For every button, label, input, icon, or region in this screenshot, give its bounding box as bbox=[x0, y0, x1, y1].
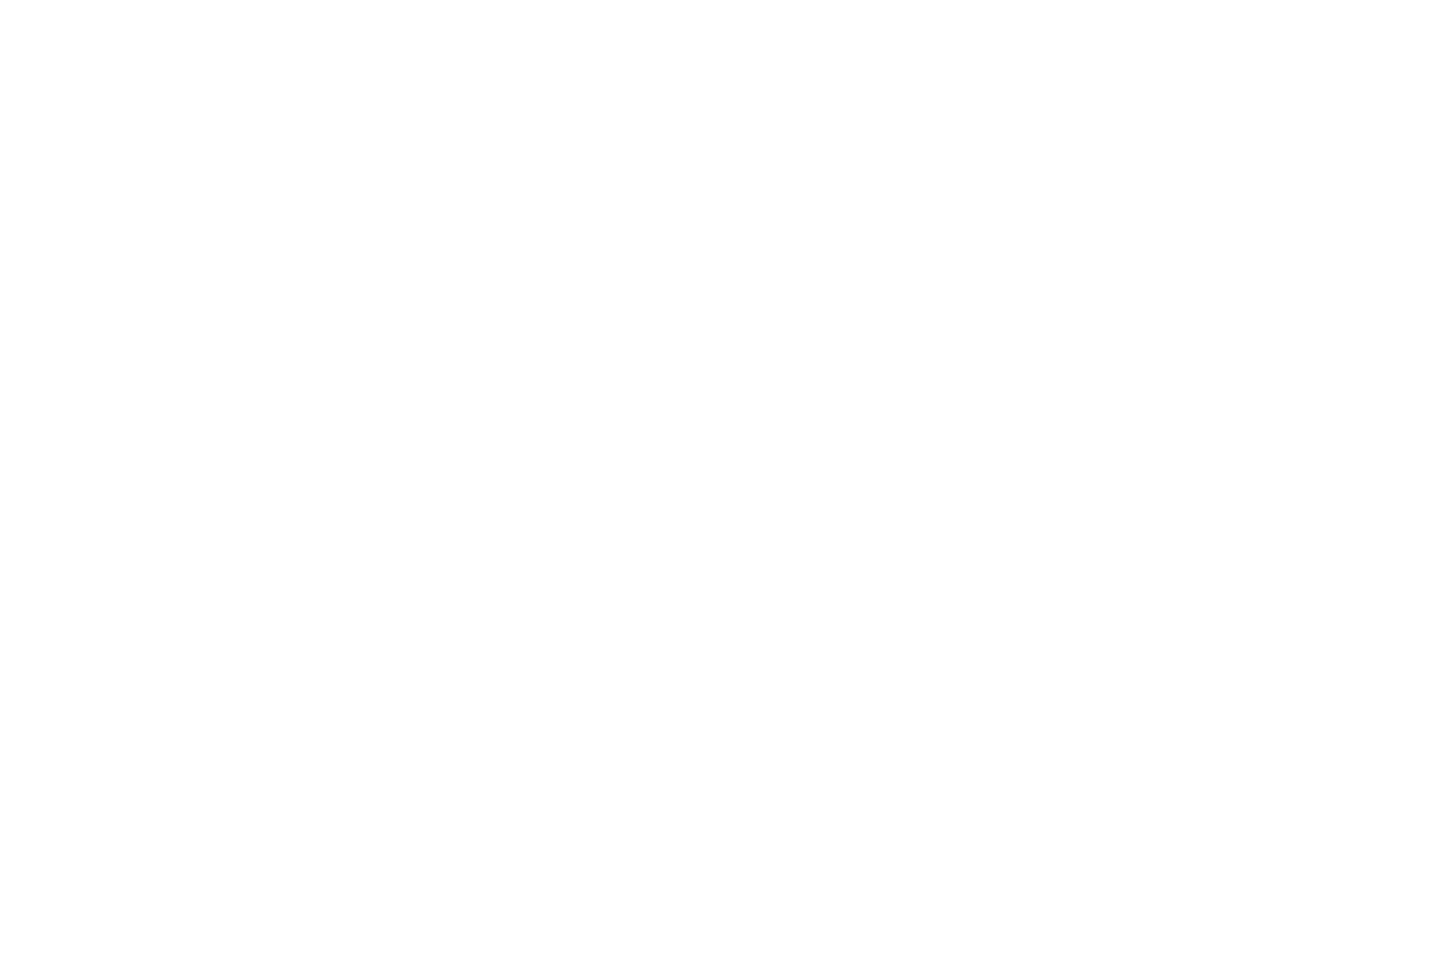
chess-set-product-photo bbox=[0, 0, 1445, 963]
chessboard-scene bbox=[0, 0, 1445, 963]
